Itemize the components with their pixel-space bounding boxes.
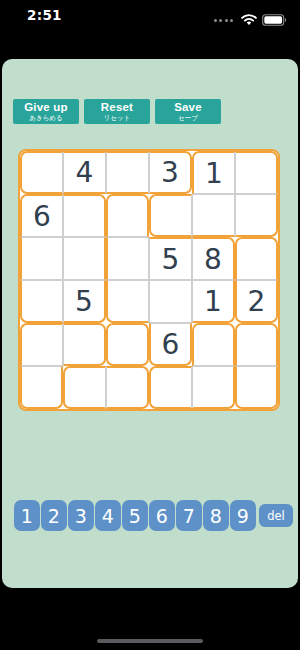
cell-r5c6[interactable] bbox=[235, 323, 278, 366]
cell-r1c5[interactable]: 1 bbox=[192, 151, 235, 194]
numpad-digit-5[interactable]: 5 bbox=[122, 500, 148, 531]
cell-r4c3[interactable] bbox=[106, 280, 149, 323]
numpad-digit-4[interactable]: 4 bbox=[95, 500, 121, 531]
cell-r1c4[interactable]: 3 bbox=[149, 151, 192, 194]
cell-r3c6[interactable] bbox=[235, 237, 278, 280]
cell-r2c5[interactable] bbox=[192, 194, 235, 237]
cell-r2c4[interactable] bbox=[149, 194, 192, 237]
board: 4316585126 bbox=[18, 149, 280, 411]
cell-r4c5[interactable]: 1 bbox=[192, 280, 235, 323]
cell-r2c2[interactable] bbox=[63, 194, 106, 237]
cell-r4c6[interactable]: 2 bbox=[235, 280, 278, 323]
toolbar: Give up あきらめる Reset リセット Save セーブ bbox=[13, 99, 221, 124]
phone-screen: 2:51 Give up あきらめ bbox=[0, 0, 300, 650]
cell-r1c3[interactable] bbox=[106, 151, 149, 194]
wifi-icon bbox=[241, 11, 257, 30]
cell-r6c2[interactable] bbox=[63, 366, 106, 409]
cell-r4c4[interactable] bbox=[149, 280, 192, 323]
give-up-sublabel: あきらめる bbox=[29, 115, 62, 122]
cell-r6c5[interactable] bbox=[192, 366, 235, 409]
delete-button[interactable]: del bbox=[259, 504, 293, 527]
status-time: 2:51 bbox=[27, 7, 62, 23]
numpad-digit-7[interactable]: 7 bbox=[176, 500, 202, 531]
cell-r6c6[interactable] bbox=[235, 366, 278, 409]
cell-r5c2[interactable] bbox=[63, 323, 106, 366]
cell-r1c6[interactable] bbox=[235, 151, 278, 194]
cell-r3c4[interactable]: 5 bbox=[149, 237, 192, 280]
cell-r2c1[interactable]: 6 bbox=[20, 194, 63, 237]
cell-r4c2[interactable]: 5 bbox=[63, 280, 106, 323]
cell-r3c1[interactable] bbox=[20, 237, 63, 280]
reset-button[interactable]: Reset リセット bbox=[84, 99, 150, 124]
battery-icon bbox=[262, 11, 287, 30]
numpad-digit-8[interactable]: 8 bbox=[203, 500, 229, 531]
numpad: 123456789 del bbox=[14, 500, 293, 531]
give-up-button[interactable]: Give up あきらめる bbox=[13, 99, 79, 124]
cellular-signal-dots-icon bbox=[214, 19, 234, 22]
save-label: Save bbox=[174, 102, 202, 114]
status-bar: 2:51 bbox=[0, 0, 300, 59]
numpad-digit-6[interactable]: 6 bbox=[149, 500, 175, 531]
cell-r3c3[interactable] bbox=[106, 237, 149, 280]
numpad-digits: 123456789 bbox=[14, 500, 257, 531]
home-indicator[interactable] bbox=[97, 639, 203, 644]
reset-sublabel: リセット bbox=[104, 115, 131, 122]
cell-r1c1[interactable] bbox=[20, 151, 63, 194]
give-up-label: Give up bbox=[24, 102, 68, 114]
status-icons bbox=[214, 11, 288, 30]
save-button[interactable]: Save セーブ bbox=[155, 99, 221, 124]
cell-r6c3[interactable] bbox=[106, 366, 149, 409]
cell-r3c2[interactable] bbox=[63, 237, 106, 280]
numpad-digit-2[interactable]: 2 bbox=[41, 500, 67, 531]
app-content: Give up あきらめる Reset リセット Save セーブ 431658… bbox=[2, 59, 298, 588]
numpad-digit-1[interactable]: 1 bbox=[14, 500, 40, 531]
reset-label: Reset bbox=[101, 102, 133, 114]
save-sublabel: セーブ bbox=[178, 115, 198, 122]
cell-r5c5[interactable] bbox=[192, 323, 235, 366]
cell-r2c6[interactable] bbox=[235, 194, 278, 237]
cell-r2c3[interactable] bbox=[106, 194, 149, 237]
bottom-bar bbox=[0, 588, 300, 650]
cell-r3c5[interactable]: 8 bbox=[192, 237, 235, 280]
cell-r5c3[interactable] bbox=[106, 323, 149, 366]
cell-r4c1[interactable] bbox=[20, 280, 63, 323]
numpad-digit-3[interactable]: 3 bbox=[68, 500, 94, 531]
cell-r6c1[interactable] bbox=[20, 366, 63, 409]
cell-r5c4[interactable]: 6 bbox=[149, 323, 192, 366]
cell-r1c2[interactable]: 4 bbox=[63, 151, 106, 194]
numpad-digit-9[interactable]: 9 bbox=[230, 500, 256, 531]
cell-r6c4[interactable] bbox=[149, 366, 192, 409]
cell-r5c1[interactable] bbox=[20, 323, 63, 366]
